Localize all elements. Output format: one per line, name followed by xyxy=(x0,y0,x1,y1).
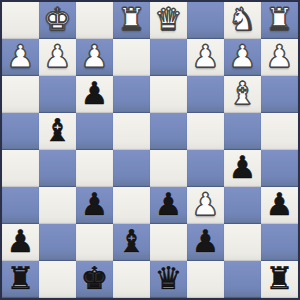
square-e1[interactable]: ♜ xyxy=(113,2,150,39)
black-pawn-piece[interactable]: ♟ xyxy=(81,76,109,112)
white-pawn-piece[interactable]: ♟ xyxy=(81,39,109,75)
square-c7[interactable]: ♟ xyxy=(187,224,224,261)
square-d7[interactable] xyxy=(150,224,187,261)
square-f2[interactable]: ♟ xyxy=(76,39,113,76)
black-bishop-piece[interactable]: ♝ xyxy=(118,224,146,260)
square-e6[interactable] xyxy=(113,187,150,224)
square-h5[interactable] xyxy=(2,150,39,187)
square-b1[interactable]: ♞ xyxy=(224,2,261,39)
square-g6[interactable] xyxy=(39,187,76,224)
square-b6[interactable] xyxy=(224,187,261,224)
white-rook-piece[interactable]: ♜ xyxy=(118,2,146,38)
square-e3[interactable] xyxy=(113,76,150,113)
square-h2[interactable]: ♟ xyxy=(2,39,39,76)
square-a3[interactable] xyxy=(261,76,298,113)
square-a1[interactable]: ♜ xyxy=(261,2,298,39)
white-queen-piece[interactable]: ♛ xyxy=(155,2,183,38)
black-rook-piece[interactable]: ♜ xyxy=(266,261,294,297)
white-king-piece[interactable]: ♚ xyxy=(44,2,72,38)
square-c4[interactable] xyxy=(187,113,224,150)
black-rook-piece[interactable]: ♜ xyxy=(7,261,35,297)
black-king-piece[interactable]: ♚ xyxy=(81,261,109,297)
square-h3[interactable] xyxy=(2,76,39,113)
square-g1[interactable]: ♚ xyxy=(39,2,76,39)
square-g5[interactable] xyxy=(39,150,76,187)
square-h7[interactable]: ♟ xyxy=(2,224,39,261)
square-e5[interactable] xyxy=(113,150,150,187)
square-h4[interactable] xyxy=(2,113,39,150)
square-g2[interactable]: ♟ xyxy=(39,39,76,76)
square-f5[interactable] xyxy=(76,150,113,187)
square-a5[interactable] xyxy=(261,150,298,187)
square-h6[interactable] xyxy=(2,187,39,224)
white-pawn-piece[interactable]: ♟ xyxy=(44,39,72,75)
black-pawn-piece[interactable]: ♟ xyxy=(229,150,257,186)
white-pawn-piece[interactable]: ♟ xyxy=(7,39,35,75)
white-pawn-piece[interactable]: ♟ xyxy=(266,39,294,75)
black-pawn-piece[interactable]: ♟ xyxy=(81,187,109,223)
square-d1[interactable]: ♛ xyxy=(150,2,187,39)
black-pawn-piece[interactable]: ♟ xyxy=(7,224,35,260)
square-a7[interactable] xyxy=(261,224,298,261)
square-d8[interactable]: ♛ xyxy=(150,261,187,298)
square-a4[interactable] xyxy=(261,113,298,150)
white-rook-piece[interactable]: ♜ xyxy=(266,2,294,38)
square-c2[interactable]: ♟ xyxy=(187,39,224,76)
square-b4[interactable] xyxy=(224,113,261,150)
square-d4[interactable] xyxy=(150,113,187,150)
square-f1[interactable] xyxy=(76,2,113,39)
square-b3[interactable]: ♝ xyxy=(224,76,261,113)
square-e4[interactable] xyxy=(113,113,150,150)
square-e7[interactable]: ♝ xyxy=(113,224,150,261)
square-b7[interactable] xyxy=(224,224,261,261)
square-f4[interactable] xyxy=(76,113,113,150)
square-g7[interactable] xyxy=(39,224,76,261)
square-b5[interactable]: ♟ xyxy=(224,150,261,187)
square-d5[interactable] xyxy=(150,150,187,187)
square-h1[interactable] xyxy=(2,2,39,39)
square-c6[interactable]: ♟ xyxy=(187,187,224,224)
black-pawn-piece[interactable]: ♟ xyxy=(192,224,220,260)
square-g3[interactable] xyxy=(39,76,76,113)
square-d2[interactable] xyxy=(150,39,187,76)
square-e2[interactable] xyxy=(113,39,150,76)
square-c8[interactable] xyxy=(187,261,224,298)
square-g8[interactable] xyxy=(39,261,76,298)
chess-board: ♚♜♛♞♜♟♟♟♟♟♟♟♝♝♟♟♟♟♟♟♝♟♜♚♛♜ xyxy=(0,0,300,300)
square-d6[interactable]: ♟ xyxy=(150,187,187,224)
square-f6[interactable]: ♟ xyxy=(76,187,113,224)
square-c1[interactable] xyxy=(187,2,224,39)
square-c3[interactable] xyxy=(187,76,224,113)
square-a8[interactable]: ♜ xyxy=(261,261,298,298)
black-queen-piece[interactable]: ♛ xyxy=(155,261,183,297)
square-f8[interactable]: ♚ xyxy=(76,261,113,298)
square-c5[interactable] xyxy=(187,150,224,187)
square-d3[interactable] xyxy=(150,76,187,113)
black-pawn-piece[interactable]: ♟ xyxy=(266,187,294,223)
square-b8[interactable] xyxy=(224,261,261,298)
square-f7[interactable] xyxy=(76,224,113,261)
square-b2[interactable]: ♟ xyxy=(224,39,261,76)
square-h8[interactable]: ♜ xyxy=(2,261,39,298)
black-bishop-piece[interactable]: ♝ xyxy=(44,113,72,149)
white-knight-piece[interactable]: ♞ xyxy=(229,2,257,38)
square-a6[interactable]: ♟ xyxy=(261,187,298,224)
white-bishop-piece[interactable]: ♝ xyxy=(229,76,257,112)
white-pawn-piece[interactable]: ♟ xyxy=(229,39,257,75)
black-pawn-piece[interactable]: ♟ xyxy=(155,187,183,223)
square-a2[interactable]: ♟ xyxy=(261,39,298,76)
white-pawn-piece[interactable]: ♟ xyxy=(192,187,220,223)
white-pawn-piece[interactable]: ♟ xyxy=(192,39,220,75)
square-g4[interactable]: ♝ xyxy=(39,113,76,150)
square-e8[interactable] xyxy=(113,261,150,298)
square-f3[interactable]: ♟ xyxy=(76,76,113,113)
